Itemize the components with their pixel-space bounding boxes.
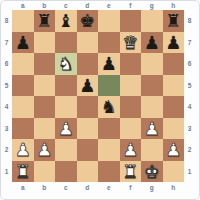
square-a5[interactable] (12, 75, 34, 97)
square-b3[interactable] (34, 118, 56, 140)
square-c8[interactable]: ♝ (55, 10, 77, 32)
corner-top-left (1, 1, 12, 10)
square-h7[interactable]: ♟ (163, 32, 185, 54)
rank-label-left-2: 2 (1, 139, 12, 161)
file-label-bottom-e: e (98, 182, 120, 192)
square-f6[interactable] (120, 53, 142, 75)
square-g6[interactable] (141, 53, 163, 75)
rank-label-right-3: 3 (184, 118, 195, 140)
square-d7[interactable] (77, 32, 99, 54)
file-label-top-b: b (34, 1, 56, 10)
square-g7[interactable]: ♟ (141, 32, 163, 54)
rank-label-left-7: 7 (1, 32, 12, 54)
rank-label-left-1: 1 (1, 161, 12, 183)
file-label-top-c: c (55, 1, 77, 10)
file-label-top-a: a (12, 1, 34, 10)
rank-label-right-7: 7 (184, 32, 195, 54)
square-h6[interactable] (163, 53, 185, 75)
square-b5[interactable] (34, 75, 56, 97)
square-g8[interactable] (141, 10, 163, 32)
square-f4[interactable] (120, 96, 142, 118)
file-label-top-e: e (98, 1, 120, 10)
square-c4[interactable] (55, 96, 77, 118)
square-h1[interactable] (163, 161, 185, 183)
square-h3[interactable] (163, 118, 185, 140)
black-pawn[interactable]: ♟ (101, 53, 117, 75)
square-e8[interactable] (98, 10, 120, 32)
square-g5[interactable] (141, 75, 163, 97)
square-f2[interactable]: ♟ (120, 139, 142, 161)
square-a4[interactable] (12, 96, 34, 118)
black-pawn[interactable]: ♟ (165, 32, 181, 54)
white-pawn[interactable]: ♟ (36, 139, 52, 161)
rank-label-left-3: 3 (1, 118, 12, 140)
square-g1[interactable]: ♚ (141, 161, 163, 183)
rank-label-right-8: 8 (184, 10, 195, 32)
square-f7[interactable]: ♛ (120, 32, 142, 54)
file-label-bottom-h: h (163, 182, 185, 192)
rank-label-right-4: 4 (184, 96, 195, 118)
square-a6[interactable] (12, 53, 34, 75)
chess-board: abcdefgh8♜♝♚♜87♟♛♟♟76♞♟65♟54♞43♟♟32♟♟♟♟2… (1, 1, 199, 192)
black-pawn[interactable]: ♟ (79, 75, 95, 97)
square-b2[interactable]: ♟ (34, 139, 56, 161)
square-g4[interactable] (141, 96, 163, 118)
square-a2[interactable]: ♟ (12, 139, 34, 161)
corner-bottom-left (1, 182, 12, 192)
rank-label-left-5: 5 (1, 75, 12, 97)
square-e1[interactable] (98, 161, 120, 183)
square-h5[interactable] (163, 75, 185, 97)
file-label-bottom-d: d (77, 182, 99, 192)
black-pawn[interactable]: ♟ (15, 32, 31, 54)
square-c7[interactable] (55, 32, 77, 54)
square-d4[interactable] (77, 96, 99, 118)
rank-label-right-6: 6 (184, 53, 195, 75)
square-e6[interactable]: ♟ (98, 53, 120, 75)
square-d2[interactable] (77, 139, 99, 161)
square-b6[interactable] (34, 53, 56, 75)
black-king[interactable]: ♚ (79, 10, 95, 32)
white-king[interactable]: ♚ (144, 161, 160, 183)
black-bishop[interactable]: ♝ (58, 10, 74, 32)
square-f5[interactable] (120, 75, 142, 97)
square-e5[interactable] (98, 75, 120, 97)
square-h4[interactable] (163, 96, 185, 118)
corner-bottom-right (184, 182, 195, 192)
black-knight[interactable]: ♞ (101, 96, 117, 118)
square-c2[interactable] (55, 139, 77, 161)
square-a8[interactable] (12, 10, 34, 32)
square-f8[interactable] (120, 10, 142, 32)
square-h8[interactable]: ♜ (163, 10, 185, 32)
rank-label-left-8: 8 (1, 10, 12, 32)
square-d6[interactable] (77, 53, 99, 75)
square-e7[interactable] (98, 32, 120, 54)
square-b7[interactable] (34, 32, 56, 54)
white-pawn[interactable]: ♟ (58, 118, 74, 140)
white-pawn[interactable]: ♟ (15, 139, 31, 161)
square-b4[interactable] (34, 96, 56, 118)
white-pawn[interactable]: ♟ (165, 139, 181, 161)
square-b8[interactable]: ♜ (34, 10, 56, 32)
white-pawn[interactable]: ♟ (122, 139, 138, 161)
square-e4[interactable]: ♞ (98, 96, 120, 118)
square-g3[interactable]: ♟ (141, 118, 163, 140)
square-d1[interactable] (77, 161, 99, 183)
file-label-top-g: g (141, 1, 163, 10)
square-a3[interactable] (12, 118, 34, 140)
square-a7[interactable]: ♟ (12, 32, 34, 54)
file-label-top-d: d (77, 1, 99, 10)
square-f1[interactable]: ♜ (120, 161, 142, 183)
white-queen[interactable]: ♛ (122, 32, 138, 54)
square-c1[interactable] (55, 161, 77, 183)
square-c6[interactable]: ♞ (55, 53, 77, 75)
rank-label-right-2: 2 (184, 139, 195, 161)
black-pawn[interactable]: ♟ (144, 32, 160, 54)
file-label-bottom-b: b (34, 182, 56, 192)
square-a1[interactable]: ♜ (12, 161, 34, 183)
square-d5[interactable]: ♟ (77, 75, 99, 97)
square-h2[interactable]: ♟ (163, 139, 185, 161)
white-knight[interactable]: ♞ (58, 53, 74, 75)
square-e2[interactable] (98, 139, 120, 161)
square-b1[interactable] (34, 161, 56, 183)
square-d3[interactable] (77, 118, 99, 140)
file-label-bottom-f: f (120, 182, 142, 192)
square-g2[interactable] (141, 139, 163, 161)
corner-top-right (184, 1, 195, 10)
square-e3[interactable] (98, 118, 120, 140)
file-label-bottom-c: c (55, 182, 77, 192)
white-pawn[interactable]: ♟ (144, 118, 160, 140)
square-f3[interactable] (120, 118, 142, 140)
square-c5[interactable] (55, 75, 77, 97)
white-rook[interactable]: ♜ (122, 161, 138, 183)
square-d8[interactable]: ♚ (77, 10, 99, 32)
rank-label-left-6: 6 (1, 53, 12, 75)
rank-label-left-4: 4 (1, 96, 12, 118)
chess-board-card: abcdefgh8♜♝♚♜87♟♛♟♟76♞♟65♟54♞43♟♟32♟♟♟♟2… (0, 0, 200, 200)
rank-label-right-5: 5 (184, 75, 195, 97)
black-rook[interactable]: ♜ (165, 10, 181, 32)
file-label-bottom-a: a (12, 182, 34, 192)
white-rook[interactable]: ♜ (15, 161, 31, 183)
file-label-top-h: h (163, 1, 185, 10)
file-label-top-f: f (120, 1, 142, 10)
black-rook[interactable]: ♜ (36, 10, 52, 32)
rank-label-right-1: 1 (184, 161, 195, 183)
file-label-bottom-g: g (141, 182, 163, 192)
square-c3[interactable]: ♟ (55, 118, 77, 140)
